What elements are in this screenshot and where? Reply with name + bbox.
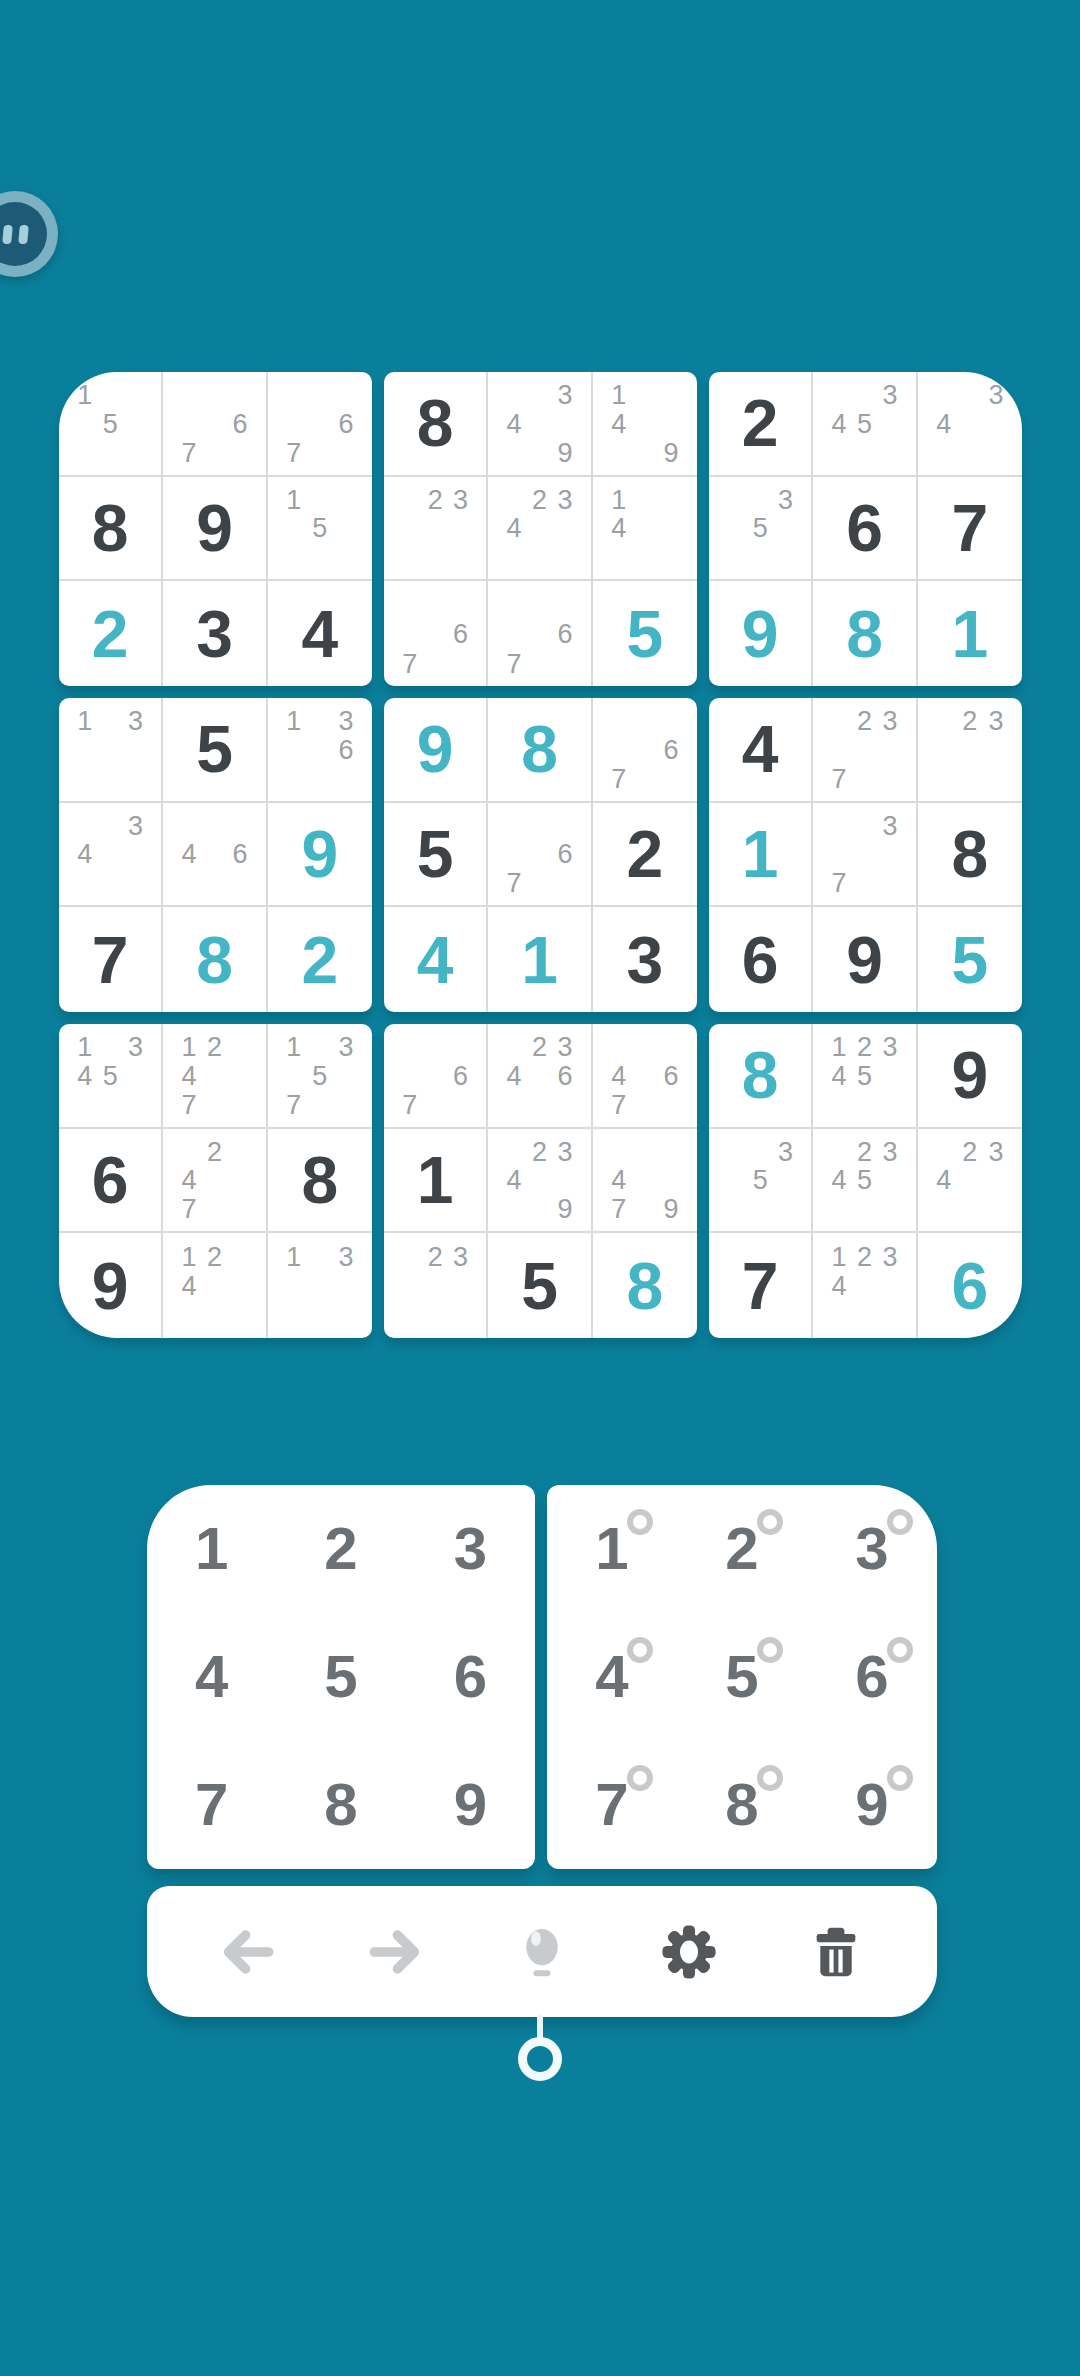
key-digit: 5 <box>725 1647 758 1707</box>
cell-r4c8[interactable]: 237 <box>813 698 917 803</box>
pencil-mark: 7 <box>281 439 307 468</box>
pencil-marks: 124 <box>163 1233 265 1338</box>
cell-r7c6[interactable]: 467 <box>593 1024 697 1129</box>
cell-value: 5 <box>196 716 233 782</box>
note-ring-icon <box>627 1637 653 1663</box>
cell-r8c2[interactable]: 247 <box>163 1129 267 1234</box>
cell-r6c6[interactable]: 3 <box>593 907 697 1012</box>
cell-value: 2 <box>92 601 129 667</box>
pencil-mark: 1 <box>72 707 97 736</box>
redo-arrow-icon <box>366 1923 424 1981</box>
pencil-marks: 67 <box>384 1024 486 1127</box>
notekey-4[interactable]: 4 <box>547 1613 677 1741</box>
trash-icon <box>807 1923 865 1981</box>
sudoku-box: 4237231378695 <box>709 698 1022 1012</box>
pencil-marks: 67 <box>384 581 486 686</box>
cell-r7c8[interactable]: 12345 <box>813 1024 917 1129</box>
pencil-mark: 4 <box>501 1062 526 1091</box>
key-digit: 1 <box>595 1519 628 1579</box>
cell-r3c5[interactable]: 67 <box>488 581 592 686</box>
key-digit: 3 <box>454 1519 487 1579</box>
pencil-mark: 6 <box>227 841 252 870</box>
cell-value: 5 <box>417 821 454 887</box>
cell-r9c6[interactable]: 8 <box>593 1233 697 1338</box>
sudoku-box: 13513634469782 <box>59 698 372 1012</box>
note-ring-icon <box>887 1637 913 1663</box>
cell-value: 9 <box>301 821 338 887</box>
cell-value: 9 <box>846 927 883 993</box>
cell-r1c2[interactable]: 67 <box>163 372 267 477</box>
pencil-mark: 9 <box>658 1195 684 1224</box>
pencil-marks: 1357 <box>268 1024 372 1127</box>
cell-r7c1[interactable]: 1345 <box>59 1024 163 1129</box>
note-ring-icon <box>757 1765 783 1791</box>
pencil-mark: 4 <box>501 410 526 439</box>
cell-r2c7[interactable]: 35 <box>709 477 813 582</box>
pencil-mark: 1 <box>281 486 307 515</box>
pencil-mark: 5 <box>747 515 772 544</box>
pencil-mark: 4 <box>176 1167 201 1196</box>
cell-r2c4[interactable]: 23 <box>384 477 488 582</box>
pencil-mark: 3 <box>123 812 148 841</box>
pencil-mark: 4 <box>501 515 526 544</box>
cell-r1c1[interactable]: 15 <box>59 372 163 477</box>
pencil-mark: 3 <box>877 707 902 736</box>
sudoku-box: 1567678915234 <box>59 372 372 686</box>
cell-r7c5[interactable]: 2346 <box>488 1024 592 1129</box>
cell-r7c3[interactable]: 1357 <box>268 1024 372 1129</box>
pencil-mark: 3 <box>983 707 1009 736</box>
pencil-marks: 34 <box>59 803 161 906</box>
pencil-mark: 4 <box>606 1167 632 1196</box>
cell-r2c6[interactable]: 14 <box>593 477 697 582</box>
pencil-mark: 7 <box>397 649 422 679</box>
cell-r7c2[interactable]: 1247 <box>163 1024 267 1129</box>
pencil-mark: 1 <box>281 1242 307 1272</box>
cell-r8c7[interactable]: 35 <box>709 1129 813 1234</box>
pencil-mark: 3 <box>333 1242 359 1272</box>
cell-value: 7 <box>92 927 129 993</box>
cell-r9c3[interactable]: 13 <box>268 1233 372 1338</box>
cell-r4c9[interactable]: 23 <box>918 698 1022 803</box>
pencil-mark: 2 <box>957 1138 983 1167</box>
pencil-mark: 7 <box>501 649 526 679</box>
pencil-mark: 3 <box>123 707 148 736</box>
numkey-4[interactable]: 4 <box>147 1613 276 1741</box>
pencil-mark: 3 <box>877 812 902 841</box>
pencil-mark: 5 <box>97 410 122 439</box>
cell-r4c5[interactable]: 8 <box>488 698 592 803</box>
pencil-mark: 6 <box>448 620 473 650</box>
numkey-9[interactable]: 9 <box>406 1741 535 1869</box>
cell-r5c2[interactable]: 46 <box>163 803 267 908</box>
cell-value: 1 <box>951 601 988 667</box>
undo-arrow-icon <box>219 1923 277 1981</box>
pencil-mark: 1 <box>72 381 97 410</box>
pencil-mark: 4 <box>826 1272 851 1302</box>
pencil-mark: 4 <box>72 841 97 870</box>
cell-r2c3[interactable]: 15 <box>268 477 372 582</box>
cell-r5c5[interactable]: 67 <box>488 803 592 908</box>
cell-value: 8 <box>417 390 454 456</box>
pencil-marks: 149 <box>593 372 697 475</box>
pencil-mark: 3 <box>877 1033 902 1062</box>
pencil-mark: 5 <box>852 1062 877 1091</box>
cell-value: 8 <box>951 821 988 887</box>
cell-r8c8[interactable]: 2345 <box>813 1129 917 1234</box>
pencil-mark: 2 <box>202 1242 227 1272</box>
pencil-mark: 2 <box>422 1242 447 1272</box>
pencil-mark: 2 <box>422 486 447 515</box>
pencil-marks: 67 <box>163 372 265 475</box>
pencil-marks: 1247 <box>163 1024 265 1127</box>
pencil-mark: 5 <box>307 515 333 544</box>
cell-r2c5[interactable]: 234 <box>488 477 592 582</box>
pencil-mark: 6 <box>658 736 684 765</box>
pencil-marks: 349 <box>488 372 590 475</box>
cell-value: 1 <box>417 1147 454 1213</box>
cell-r4c7[interactable]: 4 <box>709 698 813 803</box>
numkey-6[interactable]: 6 <box>406 1613 535 1741</box>
pencil-mark: 3 <box>333 707 359 736</box>
note-ring-icon <box>757 1637 783 1663</box>
pencil-marks: 136 <box>268 698 372 801</box>
cell-value: 3 <box>196 601 233 667</box>
key-digit: 9 <box>855 1775 888 1835</box>
cell-value: 9 <box>951 1042 988 1108</box>
cell-r3c1[interactable]: 2 <box>59 581 163 686</box>
pencil-mark: 3 <box>123 1033 148 1062</box>
cell-r1c3[interactable]: 67 <box>268 372 372 477</box>
key-digit: 8 <box>324 1775 357 1835</box>
pencil-mark: 3 <box>552 486 577 515</box>
pencil-mark: 1 <box>176 1242 201 1272</box>
cell-value: 4 <box>301 601 338 667</box>
cell-value: 2 <box>626 821 663 887</box>
cell-r2c2[interactable]: 9 <box>163 477 267 582</box>
pencil-mark: 5 <box>852 1167 877 1196</box>
numkey-1[interactable]: 1 <box>147 1485 276 1613</box>
numkey-7[interactable]: 7 <box>147 1741 276 1869</box>
numpad-normal: 123456789 <box>147 1485 535 1869</box>
pencil-marks: 479 <box>593 1129 697 1232</box>
pencil-marks: 35 <box>709 477 811 580</box>
key-digit: 7 <box>195 1775 228 1835</box>
pencil-mark: 6 <box>552 841 577 870</box>
pencil-marks: 67 <box>593 698 697 801</box>
pencil-mark: 5 <box>747 1167 772 1196</box>
pause-badge-button[interactable] <box>0 191 58 277</box>
notekey-5[interactable]: 5 <box>677 1613 807 1741</box>
sudoku-box: 672346467123494792358 <box>384 1024 697 1338</box>
pencil-mark: 3 <box>877 1242 902 1272</box>
cell-value: 8 <box>846 601 883 667</box>
cell-r9c4[interactable]: 23 <box>384 1233 488 1338</box>
key-digit: 8 <box>725 1775 758 1835</box>
cell-value: 3 <box>626 927 663 993</box>
cell-value: 5 <box>951 927 988 993</box>
cell-r8c3[interactable]: 8 <box>268 1129 372 1234</box>
cell-r4c2[interactable]: 5 <box>163 698 267 803</box>
key-digit: 4 <box>195 1647 228 1707</box>
cell-r2c8[interactable]: 6 <box>813 477 917 582</box>
pencil-mark: 4 <box>606 410 632 439</box>
cell-r8c6[interactable]: 479 <box>593 1129 697 1234</box>
pencil-mark: 3 <box>552 1138 577 1167</box>
cell-r7c4[interactable]: 67 <box>384 1024 488 1129</box>
pencil-mark: 9 <box>552 1195 577 1224</box>
cell-r1c8[interactable]: 345 <box>813 372 917 477</box>
pencil-mark: 3 <box>448 486 473 515</box>
pencil-marks: 35 <box>709 1129 811 1232</box>
pencil-mark: 4 <box>826 1167 851 1196</box>
pencil-mark: 1 <box>72 1033 97 1062</box>
cell-r9c8[interactable]: 1234 <box>813 1233 917 1338</box>
cell-r3c2[interactable]: 3 <box>163 581 267 686</box>
pencil-mark: 4 <box>72 1062 97 1091</box>
pencil-marks: 1234 <box>813 1233 915 1338</box>
pencil-mark: 3 <box>877 1138 902 1167</box>
cell-r9c9[interactable]: 6 <box>918 1233 1022 1338</box>
cell-r3c3[interactable]: 4 <box>268 581 372 686</box>
pencil-mark: 2 <box>202 1033 227 1062</box>
cell-r9c2[interactable]: 124 <box>163 1233 267 1338</box>
cell-value: 8 <box>626 1253 663 1319</box>
notekey-7[interactable]: 7 <box>547 1741 677 1869</box>
pencil-mark: 3 <box>552 381 577 410</box>
cell-value: 4 <box>417 927 454 993</box>
pencil-mark: 6 <box>227 410 252 439</box>
pencil-mark: 3 <box>552 1033 577 1062</box>
pencil-mark: 3 <box>448 1242 473 1272</box>
pencil-mark: 7 <box>501 869 526 898</box>
cell-r1c7[interactable]: 2 <box>709 372 813 477</box>
cell-r2c9[interactable]: 7 <box>918 477 1022 582</box>
cell-r3c8[interactable]: 8 <box>813 581 917 686</box>
notekey-6[interactable]: 6 <box>807 1613 937 1741</box>
numkey-5[interactable]: 5 <box>276 1613 405 1741</box>
notekey-8[interactable]: 8 <box>677 1741 807 1869</box>
pencil-mark: 6 <box>333 736 359 765</box>
cell-r9c7[interactable]: 7 <box>709 1233 813 1338</box>
pencil-mark: 4 <box>176 1062 201 1091</box>
pencil-marks: 67 <box>268 372 372 475</box>
pencil-mark: 6 <box>448 1062 473 1091</box>
cell-r8c9[interactable]: 234 <box>918 1129 1022 1234</box>
note-ring-icon <box>627 1509 653 1535</box>
cell-r8c4[interactable]: 1 <box>384 1129 488 1234</box>
key-digit: 3 <box>855 1519 888 1579</box>
cell-r9c5[interactable]: 5 <box>488 1233 592 1338</box>
pencil-marks: 234 <box>918 1129 1022 1232</box>
pencil-mark: 1 <box>826 1242 851 1272</box>
pencil-mark: 4 <box>826 410 851 439</box>
cell-value: 6 <box>742 927 779 993</box>
settings-button[interactable] <box>660 1923 718 1981</box>
cell-r5c9[interactable]: 8 <box>918 803 1022 908</box>
cell-r1c6[interactable]: 149 <box>593 372 697 477</box>
pencil-mark: 7 <box>281 1091 307 1120</box>
pencil-mark: 3 <box>773 1138 798 1167</box>
key-digit: 2 <box>725 1519 758 1579</box>
toolbar <box>147 1886 937 2017</box>
cell-r5c3[interactable]: 9 <box>268 803 372 908</box>
cell-r3c6[interactable]: 5 <box>593 581 697 686</box>
cell-r2c1[interactable]: 8 <box>59 477 163 582</box>
cell-value: 9 <box>92 1253 129 1319</box>
cell-r6c1[interactable]: 7 <box>59 907 163 1012</box>
cell-r6c7[interactable]: 6 <box>709 907 813 1012</box>
cell-value: 8 <box>196 927 233 993</box>
cell-r1c4[interactable]: 8 <box>384 372 488 477</box>
pencil-mark: 3 <box>333 1033 359 1062</box>
pencil-mark: 2 <box>202 1138 227 1167</box>
note-ring-icon <box>757 1509 783 1535</box>
pencil-mark: 9 <box>552 439 577 468</box>
pencil-marks: 46 <box>163 803 265 906</box>
cell-value: 6 <box>92 1147 129 1213</box>
cell-value: 4 <box>742 716 779 782</box>
hint-button[interactable] <box>513 1923 571 1981</box>
cell-r7c9[interactable]: 9 <box>918 1024 1022 1129</box>
pencil-marks: 467 <box>593 1024 697 1127</box>
cell-value: 5 <box>521 1253 558 1319</box>
cell-value: 6 <box>951 1253 988 1319</box>
cell-r1c9[interactable]: 34 <box>918 372 1022 477</box>
cell-r6c8[interactable]: 9 <box>813 907 917 1012</box>
cell-value: 1 <box>521 927 558 993</box>
cell-value: 8 <box>92 495 129 561</box>
pencil-mark: 7 <box>606 1195 632 1224</box>
cell-value: 1 <box>742 821 779 887</box>
pencil-mark: 1 <box>281 1033 307 1062</box>
pencil-marks: 23 <box>918 698 1022 801</box>
pencil-mark: 6 <box>658 1062 684 1091</box>
pencil-mark: 5 <box>97 1062 122 1091</box>
undo-button[interactable] <box>219 1923 277 1981</box>
pencil-mark: 4 <box>931 410 957 439</box>
cell-r6c9[interactable]: 5 <box>918 907 1022 1012</box>
cell-r9c1[interactable]: 9 <box>59 1233 163 1338</box>
cell-value: 8 <box>301 1147 338 1213</box>
sudoku-board: 1567678915234 8349149232341467675 234534… <box>59 372 1022 1338</box>
gear-icon <box>660 1923 718 1981</box>
pencil-mark: 4 <box>606 1062 632 1091</box>
cell-r6c3[interactable]: 2 <box>268 907 372 1012</box>
pencil-mark: 6 <box>333 410 359 439</box>
key-digit: 4 <box>595 1647 628 1707</box>
redo-button[interactable] <box>366 1923 424 1981</box>
key-digit: 9 <box>454 1775 487 1835</box>
numkey-3[interactable]: 3 <box>406 1485 535 1613</box>
pencil-mark: 7 <box>397 1091 422 1120</box>
notekey-2[interactable]: 2 <box>677 1485 807 1613</box>
pencil-mark: 7 <box>606 765 632 794</box>
numkey-8[interactable]: 8 <box>276 1741 405 1869</box>
notekey-9[interactable]: 9 <box>807 1741 937 1869</box>
pencil-mark: 9 <box>658 439 684 468</box>
cell-r5c7[interactable]: 1 <box>709 803 813 908</box>
pencil-mark: 1 <box>606 381 632 410</box>
cell-r6c5[interactable]: 1 <box>488 907 592 1012</box>
pencil-marks: 13 <box>268 1233 372 1338</box>
pencil-marks: 237 <box>813 698 915 801</box>
pencil-marks: 15 <box>59 372 161 475</box>
pencil-mark: 7 <box>176 1195 201 1224</box>
cell-r4c6[interactable]: 67 <box>593 698 697 803</box>
erase-button[interactable] <box>807 1923 865 1981</box>
cell-r7c7[interactable]: 8 <box>709 1024 813 1129</box>
cell-r3c4[interactable]: 67 <box>384 581 488 686</box>
panel-drag-handle[interactable] <box>518 2037 562 2081</box>
pencil-mark: 4 <box>931 1167 957 1196</box>
sudoku-box: 2345343567981 <box>709 372 1022 686</box>
cell-r5c8[interactable]: 37 <box>813 803 917 908</box>
pencil-mark: 1 <box>281 707 307 736</box>
cell-r5c6[interactable]: 2 <box>593 803 697 908</box>
pencil-mark: 3 <box>983 381 1009 410</box>
cell-r4c1[interactable]: 13 <box>59 698 163 803</box>
cell-value: 7 <box>742 1253 779 1319</box>
pencil-marks: 12345 <box>813 1024 915 1127</box>
note-ring-icon <box>627 1765 653 1791</box>
cell-r6c2[interactable]: 8 <box>163 907 267 1012</box>
cell-r1c5[interactable]: 349 <box>488 372 592 477</box>
pencil-mark: 4 <box>501 1167 526 1196</box>
key-digit: 6 <box>855 1647 888 1707</box>
pencil-mark: 3 <box>877 381 902 410</box>
notekey-1[interactable]: 1 <box>547 1485 677 1613</box>
lightbulb-icon <box>513 1923 571 1981</box>
cell-value: 2 <box>742 390 779 456</box>
cell-r5c1[interactable]: 34 <box>59 803 163 908</box>
cell-r6c4[interactable]: 4 <box>384 907 488 1012</box>
cell-r8c1[interactable]: 6 <box>59 1129 163 1234</box>
cell-r8c5[interactable]: 2349 <box>488 1129 592 1234</box>
pencil-marks: 234 <box>488 477 590 580</box>
pencil-marks: 247 <box>163 1129 265 1232</box>
pencil-mark: 5 <box>852 410 877 439</box>
sudoku-box: 13451247135762478912413 <box>59 1024 372 1338</box>
note-ring-icon <box>887 1509 913 1535</box>
pencil-marks: 67 <box>488 581 590 686</box>
key-digit: 6 <box>454 1647 487 1707</box>
key-digit: 7 <box>595 1775 628 1835</box>
numkey-2[interactable]: 2 <box>276 1485 405 1613</box>
cell-r5c4[interactable]: 5 <box>384 803 488 908</box>
cell-value: 9 <box>417 716 454 782</box>
cell-r3c7[interactable]: 9 <box>709 581 813 686</box>
pencil-marks: 2345 <box>813 1129 915 1232</box>
numpad-notes: 123456789 <box>547 1485 937 1869</box>
pencil-mark: 1 <box>826 1033 851 1062</box>
cell-r4c3[interactable]: 136 <box>268 698 372 803</box>
cell-value: 2 <box>301 927 338 993</box>
pencil-mark: 7 <box>176 1091 201 1120</box>
cell-r4c4[interactable]: 9 <box>384 698 488 803</box>
pencil-mark: 4 <box>176 841 201 870</box>
pencil-marks: 23 <box>384 1233 486 1338</box>
sudoku-box: 98675672413 <box>384 698 697 1012</box>
pencil-mark: 2 <box>527 1138 552 1167</box>
cell-r3c9[interactable]: 1 <box>918 581 1022 686</box>
notekey-3[interactable]: 3 <box>807 1485 937 1613</box>
pencil-mark: 1 <box>176 1033 201 1062</box>
pencil-mark: 7 <box>176 439 201 468</box>
pencil-marks: 2346 <box>488 1024 590 1127</box>
note-ring-icon <box>887 1765 913 1791</box>
pencil-mark: 6 <box>552 1062 577 1091</box>
